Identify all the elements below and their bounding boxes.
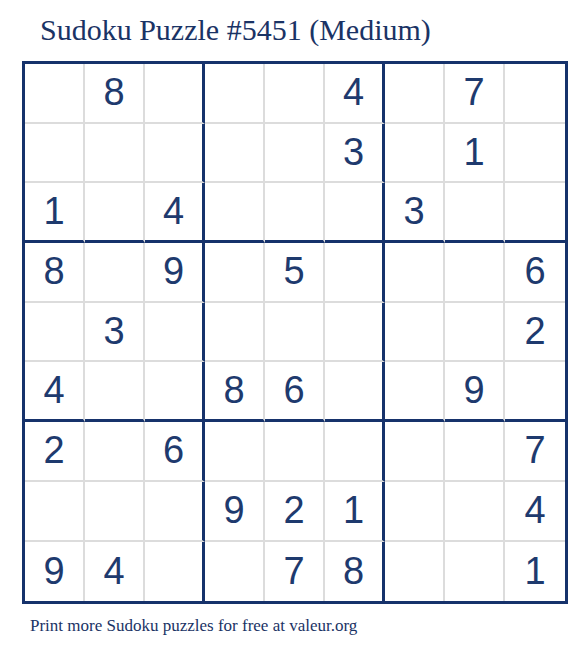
cell-r8c8[interactable] — [445, 482, 505, 542]
cell-r7c8[interactable] — [445, 422, 505, 482]
cell-r6c1: 4 — [25, 362, 85, 422]
cell-r4c1: 8 — [25, 243, 85, 303]
cell-r4c3: 9 — [145, 243, 205, 303]
cell-r8c2[interactable] — [85, 482, 145, 542]
cell-r4c8[interactable] — [445, 243, 505, 303]
sudoku-board: 847311438956324869267921494781 — [22, 61, 568, 604]
cell-r5c4[interactable] — [205, 303, 265, 363]
cell-r2c6: 3 — [325, 124, 385, 184]
cell-r7c9: 7 — [505, 422, 565, 482]
cell-r6c6[interactable] — [325, 362, 385, 422]
cell-r9c9: 1 — [505, 542, 565, 602]
cell-r2c4[interactable] — [205, 124, 265, 184]
cell-r1c5[interactable] — [265, 64, 325, 124]
cell-r2c3[interactable] — [145, 124, 205, 184]
cell-r5c8[interactable] — [445, 303, 505, 363]
cell-r6c9[interactable] — [505, 362, 565, 422]
page-title: Sudoku Puzzle #5451 (Medium) — [40, 12, 431, 48]
cell-r9c8[interactable] — [445, 542, 505, 602]
sudoku-page: Sudoku Puzzle #5451 (Medium) 84731143895… — [0, 0, 574, 651]
cell-r2c8: 1 — [445, 124, 505, 184]
cell-r3c6[interactable] — [325, 183, 385, 243]
cell-r3c1: 1 — [25, 183, 85, 243]
cell-r3c5[interactable] — [265, 183, 325, 243]
cell-r6c3[interactable] — [145, 362, 205, 422]
cell-r3c7: 3 — [385, 183, 445, 243]
cell-r7c7[interactable] — [385, 422, 445, 482]
cell-r4c7[interactable] — [385, 243, 445, 303]
cell-r7c1: 2 — [25, 422, 85, 482]
cell-r8c4: 9 — [205, 482, 265, 542]
cell-r6c7[interactable] — [385, 362, 445, 422]
cell-r2c7[interactable] — [385, 124, 445, 184]
cell-r9c7[interactable] — [385, 542, 445, 602]
cell-r4c2[interactable] — [85, 243, 145, 303]
cell-r7c4[interactable] — [205, 422, 265, 482]
cell-r5c3[interactable] — [145, 303, 205, 363]
cell-r7c3: 6 — [145, 422, 205, 482]
cell-r5c1[interactable] — [25, 303, 85, 363]
cell-r9c4[interactable] — [205, 542, 265, 602]
cell-r5c2: 3 — [85, 303, 145, 363]
cell-r8c5: 2 — [265, 482, 325, 542]
cell-r2c2[interactable] — [85, 124, 145, 184]
cell-r4c6[interactable] — [325, 243, 385, 303]
cell-r9c5: 7 — [265, 542, 325, 602]
cell-r7c6[interactable] — [325, 422, 385, 482]
cell-r5c6[interactable] — [325, 303, 385, 363]
cell-r5c7[interactable] — [385, 303, 445, 363]
cell-r6c2[interactable] — [85, 362, 145, 422]
cell-r3c8[interactable] — [445, 183, 505, 243]
cell-r8c7[interactable] — [385, 482, 445, 542]
cell-r6c8: 9 — [445, 362, 505, 422]
footer-text: Print more Sudoku puzzles for free at va… — [30, 615, 357, 637]
cell-r1c9[interactable] — [505, 64, 565, 124]
cell-r1c6: 4 — [325, 64, 385, 124]
cell-r1c2: 8 — [85, 64, 145, 124]
cell-r8c1[interactable] — [25, 482, 85, 542]
cell-r9c2: 4 — [85, 542, 145, 602]
cell-r1c7[interactable] — [385, 64, 445, 124]
cell-r4c5: 5 — [265, 243, 325, 303]
cell-r3c9[interactable] — [505, 183, 565, 243]
cell-r8c3[interactable] — [145, 482, 205, 542]
cell-r6c5: 6 — [265, 362, 325, 422]
cell-r3c2[interactable] — [85, 183, 145, 243]
cell-r9c6: 8 — [325, 542, 385, 602]
cell-r2c9[interactable] — [505, 124, 565, 184]
cell-r1c3[interactable] — [145, 64, 205, 124]
cell-r2c1[interactable] — [25, 124, 85, 184]
cell-r1c4[interactable] — [205, 64, 265, 124]
cell-r1c8: 7 — [445, 64, 505, 124]
cell-r8c9: 4 — [505, 482, 565, 542]
cell-r7c2[interactable] — [85, 422, 145, 482]
cell-r9c1: 9 — [25, 542, 85, 602]
cell-r2c5[interactable] — [265, 124, 325, 184]
cell-r9c3[interactable] — [145, 542, 205, 602]
cell-r1c1[interactable] — [25, 64, 85, 124]
cell-r6c4: 8 — [205, 362, 265, 422]
cell-r5c9: 2 — [505, 303, 565, 363]
cell-r7c5[interactable] — [265, 422, 325, 482]
cell-r3c4[interactable] — [205, 183, 265, 243]
cell-r5c5[interactable] — [265, 303, 325, 363]
cell-r8c6: 1 — [325, 482, 385, 542]
cell-r4c9: 6 — [505, 243, 565, 303]
cell-r4c4[interactable] — [205, 243, 265, 303]
cell-r3c3: 4 — [145, 183, 205, 243]
